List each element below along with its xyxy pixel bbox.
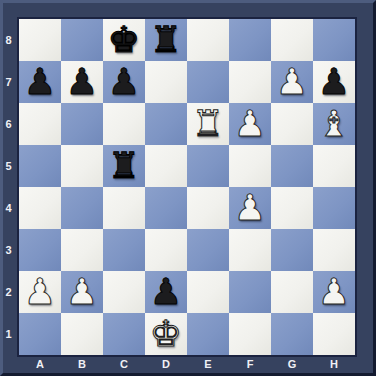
square-e4[interactable] (187, 187, 229, 229)
square-c8[interactable]: ♚ (103, 19, 145, 61)
square-h1[interactable] (313, 313, 355, 355)
square-a7[interactable]: ♟ (19, 61, 61, 103)
square-a3[interactable] (19, 229, 61, 271)
square-c1[interactable] (103, 313, 145, 355)
square-b4[interactable] (61, 187, 103, 229)
rank-label-3: 3 (0, 229, 17, 271)
white-king[interactable]: ♚ (145, 313, 187, 355)
square-d4[interactable] (145, 187, 187, 229)
square-f4[interactable]: ♟ (229, 187, 271, 229)
board-border: ♚♜♟♟♟♟♟♜♟♝♜♟♟♟♟♟♚ (17, 17, 357, 357)
square-g6[interactable] (271, 103, 313, 145)
white-rook[interactable]: ♜ (187, 103, 229, 145)
square-b6[interactable] (61, 103, 103, 145)
chess-board: ♚♜♟♟♟♟♟♜♟♝♜♟♟♟♟♟♚ (19, 19, 355, 355)
rank-label-6: 6 (0, 103, 17, 145)
square-a4[interactable] (19, 187, 61, 229)
square-f1[interactable] (229, 313, 271, 355)
black-king[interactable]: ♚ (103, 19, 145, 61)
square-c2[interactable] (103, 271, 145, 313)
square-g4[interactable] (271, 187, 313, 229)
square-d7[interactable] (145, 61, 187, 103)
file-label-f: F (229, 357, 271, 372)
rank-label-8: 8 (0, 19, 17, 61)
square-e6[interactable]: ♜ (187, 103, 229, 145)
square-e3[interactable] (187, 229, 229, 271)
square-b3[interactable] (61, 229, 103, 271)
rank-label-7: 7 (0, 61, 17, 103)
square-g7[interactable]: ♟ (271, 61, 313, 103)
black-pawn[interactable]: ♟ (145, 271, 187, 313)
white-pawn[interactable]: ♟ (229, 187, 271, 229)
rank-labels: 87654321 (0, 19, 17, 355)
square-c7[interactable]: ♟ (103, 61, 145, 103)
square-f7[interactable] (229, 61, 271, 103)
rank-label-4: 4 (0, 187, 17, 229)
black-pawn[interactable]: ♟ (61, 61, 103, 103)
square-a8[interactable] (19, 19, 61, 61)
square-g2[interactable] (271, 271, 313, 313)
white-pawn[interactable]: ♟ (61, 271, 103, 313)
square-g5[interactable] (271, 145, 313, 187)
file-label-e: E (187, 357, 229, 372)
black-pawn[interactable]: ♟ (313, 61, 355, 103)
square-c4[interactable] (103, 187, 145, 229)
black-rook[interactable]: ♜ (145, 19, 187, 61)
square-a2[interactable]: ♟ (19, 271, 61, 313)
square-c3[interactable] (103, 229, 145, 271)
white-pawn[interactable]: ♟ (313, 271, 355, 313)
file-label-a: A (19, 357, 61, 372)
black-rook[interactable]: ♜ (103, 145, 145, 187)
square-b7[interactable]: ♟ (61, 61, 103, 103)
square-d8[interactable]: ♜ (145, 19, 187, 61)
square-h8[interactable] (313, 19, 355, 61)
square-g1[interactable] (271, 313, 313, 355)
square-c6[interactable] (103, 103, 145, 145)
square-f3[interactable] (229, 229, 271, 271)
square-b8[interactable] (61, 19, 103, 61)
square-a5[interactable] (19, 145, 61, 187)
square-d1[interactable]: ♚ (145, 313, 187, 355)
square-f6[interactable]: ♟ (229, 103, 271, 145)
file-label-b: B (61, 357, 103, 372)
square-b5[interactable] (61, 145, 103, 187)
file-label-g: G (271, 357, 313, 372)
square-g3[interactable] (271, 229, 313, 271)
square-c5[interactable]: ♜ (103, 145, 145, 187)
square-a1[interactable] (19, 313, 61, 355)
file-labels: ABCDEFGH (19, 357, 355, 372)
file-label-h: H (313, 357, 355, 372)
square-d3[interactable] (145, 229, 187, 271)
square-a6[interactable] (19, 103, 61, 145)
square-d5[interactable] (145, 145, 187, 187)
square-e7[interactable] (187, 61, 229, 103)
white-bishop[interactable]: ♝ (313, 103, 355, 145)
square-g8[interactable] (271, 19, 313, 61)
white-pawn[interactable]: ♟ (19, 271, 61, 313)
square-h5[interactable] (313, 145, 355, 187)
file-label-c: C (103, 357, 145, 372)
square-b2[interactable]: ♟ (61, 271, 103, 313)
square-e1[interactable] (187, 313, 229, 355)
rank-label-2: 2 (0, 271, 17, 313)
black-pawn[interactable]: ♟ (103, 61, 145, 103)
square-d6[interactable] (145, 103, 187, 145)
square-f8[interactable] (229, 19, 271, 61)
black-pawn[interactable]: ♟ (19, 61, 61, 103)
white-pawn[interactable]: ♟ (229, 103, 271, 145)
square-h6[interactable]: ♝ (313, 103, 355, 145)
square-h7[interactable]: ♟ (313, 61, 355, 103)
white-pawn[interactable]: ♟ (271, 61, 313, 103)
square-f2[interactable] (229, 271, 271, 313)
rank-label-5: 5 (0, 145, 17, 187)
square-b1[interactable] (61, 313, 103, 355)
square-h2[interactable]: ♟ (313, 271, 355, 313)
rank-label-1: 1 (0, 313, 17, 355)
square-h4[interactable] (313, 187, 355, 229)
square-f5[interactable] (229, 145, 271, 187)
square-d2[interactable]: ♟ (145, 271, 187, 313)
file-label-d: D (145, 357, 187, 372)
square-e2[interactable] (187, 271, 229, 313)
square-e8[interactable] (187, 19, 229, 61)
square-e5[interactable] (187, 145, 229, 187)
square-h3[interactable] (313, 229, 355, 271)
